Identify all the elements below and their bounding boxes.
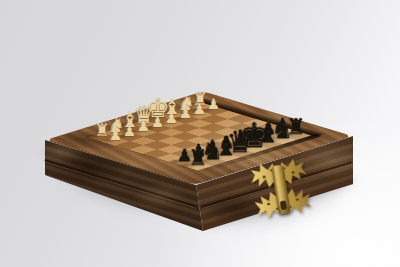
black-rook[interactable]: ♜ xyxy=(188,147,207,169)
scene: ♜♞♝♛♚♝♞♜♟♟♟♟♟♟♟♟♟♟♟♟♟♟♟♟♜♞♝♛♚♝♞♜ xyxy=(0,0,400,267)
white-pawn[interactable]: ♟ xyxy=(165,111,178,126)
white-rook[interactable]: ♜ xyxy=(94,122,109,139)
brass-clasp xyxy=(246,157,316,223)
white-pawn[interactable]: ♟ xyxy=(109,128,122,143)
white-pawn[interactable]: ♟ xyxy=(193,102,206,117)
white-pawn[interactable]: ♟ xyxy=(179,106,192,121)
white-pawn[interactable]: ♟ xyxy=(123,124,136,138)
white-pawn[interactable]: ♟ xyxy=(137,120,150,134)
white-pawn[interactable]: ♟ xyxy=(151,115,164,129)
white-pawn[interactable]: ♟ xyxy=(207,98,220,113)
